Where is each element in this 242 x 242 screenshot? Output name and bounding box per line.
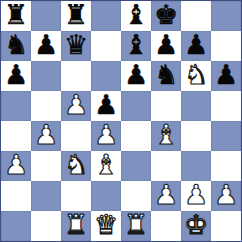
square-e6[interactable]: ♟: [121, 61, 151, 91]
black-king[interactable]: ♚: [154, 1, 178, 30]
black-knight[interactable]: ♞: [154, 61, 178, 90]
black-pawn[interactable]: ♟: [4, 61, 28, 90]
square-b2[interactable]: [31, 181, 61, 211]
square-e1[interactable]: ♜: [121, 211, 151, 241]
white-bishop[interactable]: ♝: [154, 121, 178, 150]
square-f7[interactable]: ♟: [151, 31, 181, 61]
square-g5[interactable]: [181, 91, 211, 121]
square-a7[interactable]: ♞: [1, 31, 31, 61]
white-pawn[interactable]: ♟: [214, 181, 238, 210]
square-c8[interactable]: ♜: [61, 1, 91, 31]
square-b4[interactable]: ♟: [31, 121, 61, 151]
square-g2[interactable]: ♟: [181, 181, 211, 211]
square-d2[interactable]: [91, 181, 121, 211]
chess-board: ♜♜♝♚♞♟♛♝♟♟♟♟♞♞♟♟♟♟♟♝♟♞♝♟♟♟♜♛♜♚: [0, 0, 242, 242]
black-rook[interactable]: ♜: [4, 1, 28, 30]
square-b7[interactable]: ♟: [31, 31, 61, 61]
square-h2[interactable]: ♟: [211, 181, 241, 211]
white-rook[interactable]: ♜: [124, 211, 148, 240]
white-rook[interactable]: ♜: [64, 211, 88, 240]
black-pawn[interactable]: ♟: [34, 31, 58, 60]
square-c2[interactable]: [61, 181, 91, 211]
white-pawn[interactable]: ♟: [4, 151, 28, 180]
square-h6[interactable]: ♟: [211, 61, 241, 91]
white-knight[interactable]: ♞: [64, 151, 88, 180]
square-b8[interactable]: [31, 1, 61, 31]
square-f1[interactable]: [151, 211, 181, 241]
black-pawn[interactable]: ♟: [124, 61, 148, 90]
square-d4[interactable]: ♟: [91, 121, 121, 151]
square-c6[interactable]: [61, 61, 91, 91]
black-pawn[interactable]: ♟: [214, 61, 238, 90]
square-f3[interactable]: [151, 151, 181, 181]
white-queen[interactable]: ♛: [94, 211, 118, 240]
white-pawn[interactable]: ♟: [64, 91, 88, 120]
black-bishop[interactable]: ♝: [124, 1, 148, 30]
square-a6[interactable]: ♟: [1, 61, 31, 91]
square-e8[interactable]: ♝: [121, 1, 151, 31]
square-h7[interactable]: [211, 31, 241, 61]
square-a3[interactable]: ♟: [1, 151, 31, 181]
black-pawn[interactable]: ♟: [94, 91, 118, 120]
black-queen[interactable]: ♛: [64, 31, 88, 60]
white-king[interactable]: ♚: [184, 211, 208, 240]
white-pawn[interactable]: ♟: [184, 181, 208, 210]
square-g6[interactable]: ♞: [181, 61, 211, 91]
square-c4[interactable]: [61, 121, 91, 151]
square-e5[interactable]: [121, 91, 151, 121]
black-pawn[interactable]: ♟: [184, 31, 208, 60]
square-a5[interactable]: [1, 91, 31, 121]
black-bishop[interactable]: ♝: [124, 31, 148, 60]
square-a2[interactable]: [1, 181, 31, 211]
square-d8[interactable]: [91, 1, 121, 31]
square-e4[interactable]: [121, 121, 151, 151]
square-e3[interactable]: [121, 151, 151, 181]
square-g1[interactable]: ♚: [181, 211, 211, 241]
white-pawn[interactable]: ♟: [94, 121, 118, 150]
square-b3[interactable]: [31, 151, 61, 181]
white-pawn[interactable]: ♟: [154, 181, 178, 210]
square-c7[interactable]: ♛: [61, 31, 91, 61]
square-b5[interactable]: [31, 91, 61, 121]
square-e7[interactable]: ♝: [121, 31, 151, 61]
square-g7[interactable]: ♟: [181, 31, 211, 61]
white-knight[interactable]: ♞: [184, 61, 208, 90]
square-a1[interactable]: [1, 211, 31, 241]
square-h4[interactable]: [211, 121, 241, 151]
white-pawn[interactable]: ♟: [34, 121, 58, 150]
square-d6[interactable]: [91, 61, 121, 91]
square-b6[interactable]: [31, 61, 61, 91]
black-knight[interactable]: ♞: [4, 31, 28, 60]
black-rook[interactable]: ♜: [64, 1, 88, 30]
square-g8[interactable]: [181, 1, 211, 31]
square-d3[interactable]: ♝: [91, 151, 121, 181]
square-c5[interactable]: ♟: [61, 91, 91, 121]
square-e2[interactable]: [121, 181, 151, 211]
square-h5[interactable]: [211, 91, 241, 121]
square-c1[interactable]: ♜: [61, 211, 91, 241]
square-f2[interactable]: ♟: [151, 181, 181, 211]
square-g4[interactable]: [181, 121, 211, 151]
square-h8[interactable]: [211, 1, 241, 31]
square-c3[interactable]: ♞: [61, 151, 91, 181]
square-h1[interactable]: [211, 211, 241, 241]
square-d7[interactable]: [91, 31, 121, 61]
black-pawn[interactable]: ♟: [154, 31, 178, 60]
square-f5[interactable]: [151, 91, 181, 121]
square-a8[interactable]: ♜: [1, 1, 31, 31]
white-bishop[interactable]: ♝: [94, 151, 118, 180]
square-d1[interactable]: ♛: [91, 211, 121, 241]
square-a4[interactable]: [1, 121, 31, 151]
square-b1[interactable]: [31, 211, 61, 241]
square-f4[interactable]: ♝: [151, 121, 181, 151]
square-f6[interactable]: ♞: [151, 61, 181, 91]
square-g3[interactable]: [181, 151, 211, 181]
square-h3[interactable]: [211, 151, 241, 181]
square-f8[interactable]: ♚: [151, 1, 181, 31]
square-d5[interactable]: ♟: [91, 91, 121, 121]
